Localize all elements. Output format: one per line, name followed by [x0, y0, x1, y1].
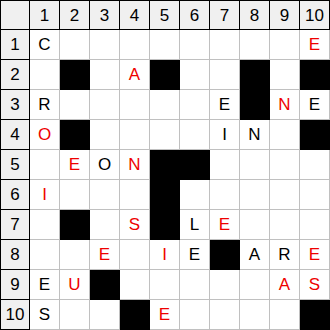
- cell-r1c2[interactable]: [60, 30, 90, 60]
- cell-r2c6[interactable]: [180, 60, 210, 90]
- blocked-cell-r2c10: [300, 60, 330, 90]
- cell-r5c7[interactable]: [210, 150, 240, 180]
- row-header-2: 2: [0, 60, 30, 90]
- cell-r5c8[interactable]: [240, 150, 270, 180]
- cell-r6c6[interactable]: [180, 180, 210, 210]
- col-header-9: 9: [270, 0, 300, 30]
- blocked-cell-r2c2: [60, 60, 90, 90]
- blocked-cell-r9c3: [90, 270, 120, 300]
- cell-r3c5[interactable]: [150, 90, 180, 120]
- cell-r8c3[interactable]: E: [90, 240, 120, 270]
- cell-r4c9[interactable]: [270, 120, 300, 150]
- cell-r1c6[interactable]: [180, 30, 210, 60]
- cell-r5c2[interactable]: E: [60, 150, 90, 180]
- row-header-9: 9: [0, 270, 30, 300]
- cell-r3c2[interactable]: [60, 90, 90, 120]
- cell-r9c2[interactable]: U: [60, 270, 90, 300]
- cell-r7c4[interactable]: S: [120, 210, 150, 240]
- blocked-cell-r4c2: [60, 120, 90, 150]
- cell-r3c10[interactable]: E: [300, 90, 330, 120]
- row-header-4: 4: [0, 120, 30, 150]
- blocked-cell-r10c4: [120, 300, 150, 330]
- col-header-1: 1: [30, 0, 60, 30]
- cell-r3c1[interactable]: R: [30, 90, 60, 120]
- crossword-board: 123456789101CE2A3RENE4OIN5EON6I7SLE8EIEA…: [0, 0, 330, 330]
- cell-r1c9[interactable]: [270, 30, 300, 60]
- corner-cell: [0, 0, 30, 30]
- cell-r10c6[interactable]: [180, 300, 210, 330]
- cell-r7c3[interactable]: [90, 210, 120, 240]
- blocked-cell-r2c8: [240, 60, 270, 90]
- cell-r8c2[interactable]: [60, 240, 90, 270]
- cell-r1c10[interactable]: E: [300, 30, 330, 60]
- cell-r1c3[interactable]: [90, 30, 120, 60]
- blocked-cell-r10c10: [300, 300, 330, 330]
- cell-r1c4[interactable]: [120, 30, 150, 60]
- cell-r7c10[interactable]: [300, 210, 330, 240]
- cell-r2c7[interactable]: [210, 60, 240, 90]
- cell-r6c8[interactable]: [240, 180, 270, 210]
- blocked-cell-r8c7: [210, 240, 240, 270]
- blocked-cell-r6c5: [150, 180, 180, 210]
- cell-r6c10[interactable]: [300, 180, 330, 210]
- cell-r4c8[interactable]: N: [240, 120, 270, 150]
- cell-r8c10[interactable]: E: [300, 240, 330, 270]
- cell-r10c1[interactable]: S: [30, 300, 60, 330]
- cell-r8c5[interactable]: I: [150, 240, 180, 270]
- row-header-7: 7: [0, 210, 30, 240]
- cell-r9c5[interactable]: [150, 270, 180, 300]
- cell-r5c1[interactable]: [30, 150, 60, 180]
- col-header-10: 10: [300, 0, 330, 30]
- row-header-6: 6: [0, 180, 30, 210]
- cell-r10c8[interactable]: [240, 300, 270, 330]
- cell-r8c9[interactable]: R: [270, 240, 300, 270]
- blocked-cell-r3c8: [240, 90, 270, 120]
- cell-r3c7[interactable]: E: [210, 90, 240, 120]
- cell-r3c9[interactable]: N: [270, 90, 300, 120]
- cell-r9c10[interactable]: S: [300, 270, 330, 300]
- cell-r3c4[interactable]: [120, 90, 150, 120]
- row-header-1: 1: [0, 30, 30, 60]
- cell-r2c3[interactable]: [90, 60, 120, 90]
- cell-r10c2[interactable]: [60, 300, 90, 330]
- blocked-cell-r4c10: [300, 120, 330, 150]
- col-header-5: 5: [150, 0, 180, 30]
- col-header-4: 4: [120, 0, 150, 30]
- cell-r6c3[interactable]: [90, 180, 120, 210]
- cell-r10c5[interactable]: E: [150, 300, 180, 330]
- cell-r1c7[interactable]: [210, 30, 240, 60]
- cell-r5c9[interactable]: [270, 150, 300, 180]
- cell-r10c3[interactable]: [90, 300, 120, 330]
- cell-r4c1[interactable]: O: [30, 120, 60, 150]
- row-header-10: 10: [0, 300, 30, 330]
- cell-r8c4[interactable]: [120, 240, 150, 270]
- cell-r5c10[interactable]: [300, 150, 330, 180]
- cell-r7c1[interactable]: [30, 210, 60, 240]
- blocked-cell-r5c5: [150, 150, 180, 180]
- cell-r6c2[interactable]: [60, 180, 90, 210]
- col-header-2: 2: [60, 0, 90, 30]
- row-header-3: 3: [0, 90, 30, 120]
- cell-r1c8[interactable]: [240, 30, 270, 60]
- col-header-3: 3: [90, 0, 120, 30]
- cell-r10c7[interactable]: [210, 300, 240, 330]
- cell-r4c7[interactable]: I: [210, 120, 240, 150]
- cell-r2c9[interactable]: [270, 60, 300, 90]
- cell-r7c9[interactable]: [270, 210, 300, 240]
- cell-r10c9[interactable]: [270, 300, 300, 330]
- cell-r6c7[interactable]: [210, 180, 240, 210]
- cell-r3c3[interactable]: [90, 90, 120, 120]
- row-header-5: 5: [0, 150, 30, 180]
- blocked-cell-r7c5: [150, 210, 180, 240]
- col-header-8: 8: [240, 0, 270, 30]
- cell-r2c4[interactable]: A: [120, 60, 150, 90]
- cell-r1c5[interactable]: [150, 30, 180, 60]
- cell-r8c1[interactable]: [30, 240, 60, 270]
- cell-r4c3[interactable]: [90, 120, 120, 150]
- cell-r9c1[interactable]: E: [30, 270, 60, 300]
- blocked-cell-r7c2: [60, 210, 90, 240]
- cell-r5c4[interactable]: N: [120, 150, 150, 180]
- cell-r1c1[interactable]: C: [30, 30, 60, 60]
- cell-r9c8[interactable]: [240, 270, 270, 300]
- blocked-cell-r2c5: [150, 60, 180, 90]
- cell-r4c5[interactable]: [150, 120, 180, 150]
- col-header-6: 6: [180, 0, 210, 30]
- cell-r8c6[interactable]: E: [180, 240, 210, 270]
- cell-r3c6[interactable]: [180, 90, 210, 120]
- cell-r9c6[interactable]: [180, 270, 210, 300]
- cell-r6c9[interactable]: [270, 180, 300, 210]
- cell-r7c6[interactable]: L: [180, 210, 210, 240]
- blocked-cell-r5c6: [180, 150, 210, 180]
- row-header-8: 8: [0, 240, 30, 270]
- cell-r4c6[interactable]: [180, 120, 210, 150]
- cell-r5c3[interactable]: O: [90, 150, 120, 180]
- cell-r2c1[interactable]: [30, 60, 60, 90]
- cell-r9c7[interactable]: [210, 270, 240, 300]
- cell-r6c1[interactable]: I: [30, 180, 60, 210]
- col-header-7: 7: [210, 0, 240, 30]
- cell-r8c8[interactable]: A: [240, 240, 270, 270]
- cell-r7c8[interactable]: [240, 210, 270, 240]
- cell-r7c7[interactable]: E: [210, 210, 240, 240]
- cell-r9c9[interactable]: A: [270, 270, 300, 300]
- cell-r4c4[interactable]: [120, 120, 150, 150]
- cell-r9c4[interactable]: [120, 270, 150, 300]
- cell-r6c4[interactable]: [120, 180, 150, 210]
